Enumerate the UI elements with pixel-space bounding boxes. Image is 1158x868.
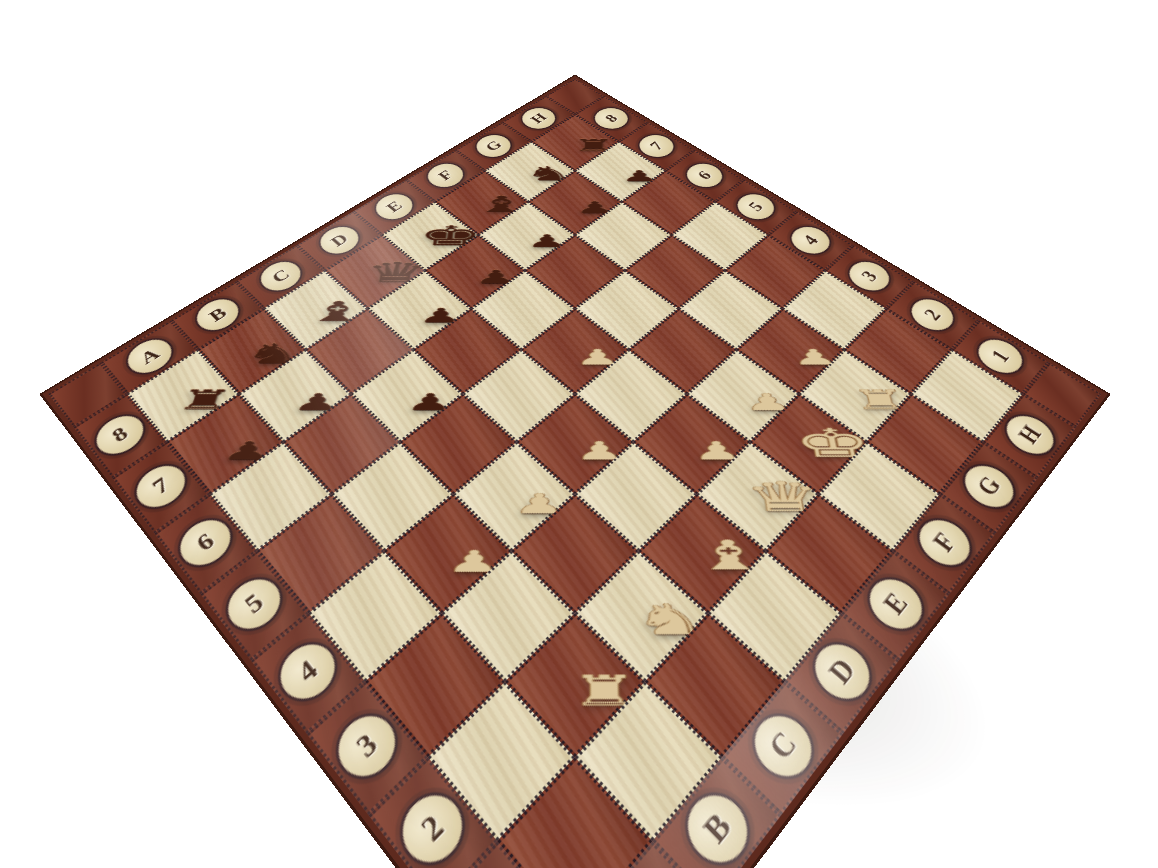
- file-label-near-h-label: H: [999, 409, 1062, 462]
- file-label-near-d-label: D: [805, 634, 880, 711]
- file-label-far-d-label: D: [313, 222, 365, 259]
- rank-label-left-7-label: 7: [128, 458, 193, 516]
- file-label-near-c-label: C: [744, 704, 823, 789]
- piece-white-rook-b2[interactable]: ♜: [571, 670, 639, 712]
- file-label-near-g-label: G: [956, 458, 1021, 516]
- rank-label-right-7-label: 7: [633, 131, 681, 162]
- piece-white-pawn-e3[interactable]: ♟: [692, 438, 743, 463]
- piece-white-pawn-b4[interactable]: ♟: [446, 546, 501, 576]
- piece-black-bishop-c8[interactable]: ♝: [304, 298, 369, 325]
- rank-label-left-6-label: 6: [171, 511, 239, 574]
- rank-label-left-8-label: 8: [89, 409, 152, 462]
- rank-label-left-5-label: 5: [218, 570, 289, 640]
- rank-label-left-4-label: 4: [270, 634, 345, 711]
- file-label-far-g-label: G: [470, 131, 518, 162]
- file-label-near-e-label: E: [860, 570, 931, 640]
- piece-white-pawn-f3[interactable]: ♟: [743, 390, 793, 413]
- file-label-far-f-label: F: [421, 159, 470, 192]
- piece-white-pawn-e5[interactable]: ♟: [575, 346, 620, 368]
- file-label-far-a-label: A: [121, 333, 180, 380]
- file-label-far-c-label: C: [254, 256, 308, 296]
- board-scene: ABCDEFGH8♜♞♝♛♚♝♞♜87♟♟♟♟♟♟♟76♟65♟54♟♟♟43♟…: [225, 44, 925, 744]
- piece-black-bishop-f8[interactable]: ♝: [473, 193, 528, 215]
- file-label-near-f-label: F: [910, 511, 978, 574]
- piece-black-knight-b8[interactable]: ♞: [241, 340, 306, 368]
- rank-label-right-6-label: 6: [680, 159, 729, 192]
- piece-black-pawn-e7[interactable]: ♟: [474, 268, 517, 287]
- piece-black-knight-g8[interactable]: ♞: [524, 164, 573, 184]
